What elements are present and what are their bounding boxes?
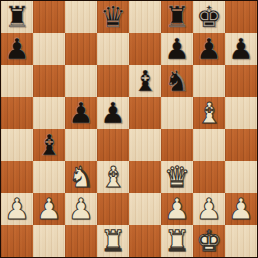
chess-board-frame: ♜♛♜♚♟♟♟♟♝♞♟♟♝♝♞♝♛♟♟♟♟♟♟♜♜♚: [0, 0, 258, 258]
square-f6[interactable]: ♞: [161, 65, 193, 97]
square-e8[interactable]: [129, 1, 161, 33]
piece-black-pawn[interactable]: ♟: [228, 33, 254, 65]
square-f7[interactable]: ♟: [161, 33, 193, 65]
piece-white-king[interactable]: ♚: [196, 225, 222, 257]
square-c1[interactable]: [65, 225, 97, 257]
square-g2[interactable]: ♟: [193, 193, 225, 225]
square-a4[interactable]: [1, 129, 33, 161]
piece-black-pawn[interactable]: ♟: [164, 33, 190, 65]
piece-black-bishop[interactable]: ♝: [132, 65, 158, 97]
square-h5[interactable]: [225, 97, 257, 129]
piece-white-rook[interactable]: ♜: [100, 225, 126, 257]
square-f1[interactable]: ♜: [161, 225, 193, 257]
square-d8[interactable]: ♛: [97, 1, 129, 33]
piece-black-rook[interactable]: ♜: [164, 1, 190, 33]
square-a6[interactable]: [1, 65, 33, 97]
square-f3[interactable]: ♛: [161, 161, 193, 193]
square-h6[interactable]: [225, 65, 257, 97]
square-d2[interactable]: [97, 193, 129, 225]
piece-black-queen[interactable]: ♛: [100, 1, 126, 33]
square-h3[interactable]: [225, 161, 257, 193]
square-c5[interactable]: ♟: [65, 97, 97, 129]
square-e1[interactable]: [129, 225, 161, 257]
square-f8[interactable]: ♜: [161, 1, 193, 33]
piece-white-pawn[interactable]: ♟: [68, 193, 94, 225]
square-a1[interactable]: [1, 225, 33, 257]
square-d3[interactable]: ♝: [97, 161, 129, 193]
square-b7[interactable]: [33, 33, 65, 65]
piece-black-pawn[interactable]: ♟: [196, 33, 222, 65]
piece-white-pawn[interactable]: ♟: [164, 193, 190, 225]
square-e6[interactable]: ♝: [129, 65, 161, 97]
piece-black-pawn[interactable]: ♟: [100, 97, 126, 129]
square-f2[interactable]: ♟: [161, 193, 193, 225]
square-e3[interactable]: [129, 161, 161, 193]
square-f4[interactable]: [161, 129, 193, 161]
square-b2[interactable]: ♟: [33, 193, 65, 225]
piece-white-queen[interactable]: ♛: [164, 161, 190, 193]
square-c7[interactable]: [65, 33, 97, 65]
square-b3[interactable]: [33, 161, 65, 193]
square-d1[interactable]: ♜: [97, 225, 129, 257]
square-c8[interactable]: [65, 1, 97, 33]
square-h7[interactable]: ♟: [225, 33, 257, 65]
piece-white-rook[interactable]: ♜: [164, 225, 190, 257]
square-g8[interactable]: ♚: [193, 1, 225, 33]
square-g5[interactable]: ♝: [193, 97, 225, 129]
square-a7[interactable]: ♟: [1, 33, 33, 65]
square-c3[interactable]: ♞: [65, 161, 97, 193]
square-e2[interactable]: [129, 193, 161, 225]
square-e4[interactable]: [129, 129, 161, 161]
piece-white-pawn[interactable]: ♟: [196, 193, 222, 225]
square-h4[interactable]: [225, 129, 257, 161]
square-b8[interactable]: [33, 1, 65, 33]
square-a8[interactable]: ♜: [1, 1, 33, 33]
piece-black-bishop[interactable]: ♝: [36, 129, 62, 161]
piece-white-pawn[interactable]: ♟: [36, 193, 62, 225]
square-g4[interactable]: [193, 129, 225, 161]
chess-board: ♜♛♜♚♟♟♟♟♝♞♟♟♝♝♞♝♛♟♟♟♟♟♟♜♜♚: [1, 1, 257, 257]
piece-white-pawn[interactable]: ♟: [228, 193, 254, 225]
square-c4[interactable]: [65, 129, 97, 161]
square-a2[interactable]: ♟: [1, 193, 33, 225]
piece-white-pawn[interactable]: ♟: [4, 193, 30, 225]
square-g1[interactable]: ♚: [193, 225, 225, 257]
square-g3[interactable]: [193, 161, 225, 193]
square-d4[interactable]: [97, 129, 129, 161]
piece-white-knight[interactable]: ♞: [68, 161, 94, 193]
square-b6[interactable]: [33, 65, 65, 97]
square-f5[interactable]: [161, 97, 193, 129]
square-d6[interactable]: [97, 65, 129, 97]
square-d7[interactable]: [97, 33, 129, 65]
piece-black-knight[interactable]: ♞: [164, 65, 190, 97]
square-a5[interactable]: [1, 97, 33, 129]
square-g6[interactable]: [193, 65, 225, 97]
square-b1[interactable]: [33, 225, 65, 257]
square-b4[interactable]: ♝: [33, 129, 65, 161]
square-d5[interactable]: ♟: [97, 97, 129, 129]
square-e7[interactable]: [129, 33, 161, 65]
square-b5[interactable]: [33, 97, 65, 129]
piece-black-rook[interactable]: ♜: [4, 1, 30, 33]
square-c6[interactable]: [65, 65, 97, 97]
square-h1[interactable]: [225, 225, 257, 257]
square-g7[interactable]: ♟: [193, 33, 225, 65]
square-h2[interactable]: ♟: [225, 193, 257, 225]
piece-black-pawn[interactable]: ♟: [4, 33, 30, 65]
square-c2[interactable]: ♟: [65, 193, 97, 225]
piece-white-bishop[interactable]: ♝: [196, 97, 222, 129]
piece-black-king[interactable]: ♚: [196, 1, 222, 33]
piece-white-bishop[interactable]: ♝: [100, 161, 126, 193]
piece-black-pawn[interactable]: ♟: [68, 97, 94, 129]
square-e5[interactable]: [129, 97, 161, 129]
square-a3[interactable]: [1, 161, 33, 193]
square-h8[interactable]: [225, 1, 257, 33]
